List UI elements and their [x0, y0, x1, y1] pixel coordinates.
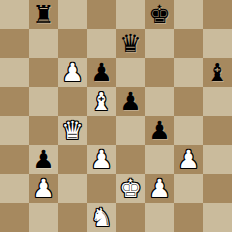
square-b1[interactable] [29, 203, 58, 232]
square-h3[interactable] [203, 145, 232, 174]
square-b8[interactable]: ♜ [29, 0, 58, 29]
square-c8[interactable] [58, 0, 87, 29]
square-b3[interactable]: ♟ [29, 145, 58, 174]
square-g3[interactable]: ♟ [174, 145, 203, 174]
square-f3[interactable] [145, 145, 174, 174]
square-f8[interactable]: ♚ [145, 0, 174, 29]
white-queen[interactable]: ♛ [61, 116, 83, 145]
square-f7[interactable] [145, 29, 174, 58]
black-king[interactable]: ♚ [148, 0, 170, 29]
square-a6[interactable] [0, 58, 29, 87]
black-pawn[interactable]: ♟ [119, 87, 141, 116]
square-c1[interactable] [58, 203, 87, 232]
square-h1[interactable] [203, 203, 232, 232]
white-pawn[interactable]: ♟ [177, 145, 199, 174]
square-f2[interactable]: ♟ [145, 174, 174, 203]
square-a1[interactable] [0, 203, 29, 232]
square-f5[interactable] [145, 87, 174, 116]
black-pawn[interactable]: ♟ [148, 116, 170, 145]
square-d1[interactable]: ♞ [87, 203, 116, 232]
square-g1[interactable] [174, 203, 203, 232]
square-d5[interactable]: ♝ [87, 87, 116, 116]
square-c5[interactable] [58, 87, 87, 116]
white-knight[interactable]: ♞ [90, 203, 112, 232]
square-b5[interactable] [29, 87, 58, 116]
square-e8[interactable] [116, 0, 145, 29]
square-d7[interactable] [87, 29, 116, 58]
square-c4[interactable]: ♛ [58, 116, 87, 145]
square-d3[interactable]: ♟ [87, 145, 116, 174]
white-pawn[interactable]: ♟ [61, 58, 83, 87]
square-b6[interactable] [29, 58, 58, 87]
square-d6[interactable]: ♟ [87, 58, 116, 87]
black-pawn[interactable]: ♟ [32, 145, 54, 174]
square-a5[interactable] [0, 87, 29, 116]
square-g6[interactable] [174, 58, 203, 87]
square-b2[interactable]: ♟ [29, 174, 58, 203]
square-h2[interactable] [203, 174, 232, 203]
square-f1[interactable] [145, 203, 174, 232]
square-e2[interactable]: ♚ [116, 174, 145, 203]
white-pawn[interactable]: ♟ [148, 174, 170, 203]
square-g2[interactable] [174, 174, 203, 203]
square-e3[interactable] [116, 145, 145, 174]
square-h8[interactable] [203, 0, 232, 29]
square-e4[interactable] [116, 116, 145, 145]
square-d2[interactable] [87, 174, 116, 203]
square-g7[interactable] [174, 29, 203, 58]
black-queen[interactable]: ♛ [119, 29, 141, 58]
square-c2[interactable] [58, 174, 87, 203]
black-pawn[interactable]: ♟ [90, 58, 112, 87]
chess-board: ♜♚♛♟♟♝♝♟♛♟♟♟♟♟♚♟♞ [0, 0, 232, 232]
square-c7[interactable] [58, 29, 87, 58]
square-g4[interactable] [174, 116, 203, 145]
black-rook[interactable]: ♜ [32, 0, 54, 29]
square-h4[interactable] [203, 116, 232, 145]
white-pawn[interactable]: ♟ [32, 174, 54, 203]
square-g8[interactable] [174, 0, 203, 29]
black-bishop[interactable]: ♝ [206, 58, 228, 87]
square-h5[interactable] [203, 87, 232, 116]
square-a8[interactable] [0, 0, 29, 29]
square-h7[interactable] [203, 29, 232, 58]
white-pawn[interactable]: ♟ [90, 145, 112, 174]
square-a4[interactable] [0, 116, 29, 145]
square-d4[interactable] [87, 116, 116, 145]
square-h6[interactable]: ♝ [203, 58, 232, 87]
square-e1[interactable] [116, 203, 145, 232]
white-bishop[interactable]: ♝ [90, 87, 112, 116]
square-a7[interactable] [0, 29, 29, 58]
square-c3[interactable] [58, 145, 87, 174]
white-king[interactable]: ♚ [119, 174, 141, 203]
square-e5[interactable]: ♟ [116, 87, 145, 116]
square-b7[interactable] [29, 29, 58, 58]
square-e7[interactable]: ♛ [116, 29, 145, 58]
square-e6[interactable] [116, 58, 145, 87]
square-d8[interactable] [87, 0, 116, 29]
square-b4[interactable] [29, 116, 58, 145]
square-a2[interactable] [0, 174, 29, 203]
square-f4[interactable]: ♟ [145, 116, 174, 145]
square-a3[interactable] [0, 145, 29, 174]
square-g5[interactable] [174, 87, 203, 116]
square-f6[interactable] [145, 58, 174, 87]
square-c6[interactable]: ♟ [58, 58, 87, 87]
